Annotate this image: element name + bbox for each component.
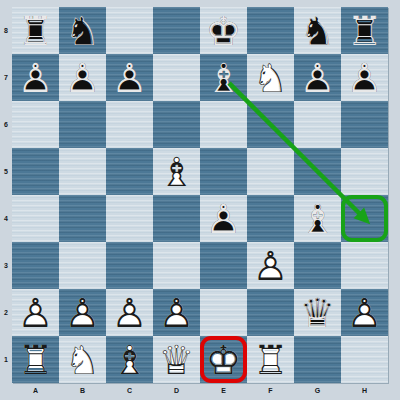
square-e7[interactable]: ♝♗ — [200, 54, 247, 101]
piece-black-pawn-c7[interactable]: ♟♙ — [106, 54, 153, 101]
piece-white-pawn-b2[interactable]: ♟♙ — [59, 289, 106, 336]
piece-glyph-outline: ♗ — [106, 336, 153, 383]
square-d6[interactable] — [153, 101, 200, 148]
file-label-a: A — [12, 383, 59, 398]
square-c8[interactable] — [106, 7, 153, 54]
square-a8[interactable]: ♜♖ — [12, 7, 59, 54]
square-e8[interactable]: ♚♔ — [200, 7, 247, 54]
square-h3[interactable] — [341, 242, 388, 289]
piece-white-bishop-c1[interactable]: ♝♗ — [106, 336, 153, 383]
rank-label-3: 3 — [0, 242, 12, 289]
square-c2[interactable]: ♟♙ — [106, 289, 153, 336]
square-h2[interactable]: ♟♙ — [341, 289, 388, 336]
file-label-b: B — [59, 383, 106, 398]
piece-white-pawn-a2[interactable]: ♟♙ — [12, 289, 59, 336]
piece-glyph-outline: ♔ — [200, 336, 247, 383]
rank-label-7: 7 — [0, 54, 12, 101]
piece-white-pawn-c2[interactable]: ♟♙ — [106, 289, 153, 336]
square-c5[interactable] — [106, 148, 153, 195]
piece-glyph-outline: ♙ — [341, 54, 388, 101]
square-a6[interactable] — [12, 101, 59, 148]
rank-label-5: 5 — [0, 148, 12, 195]
piece-black-rook-a8[interactable]: ♜♖ — [12, 7, 59, 54]
square-b6[interactable] — [59, 101, 106, 148]
piece-black-pawn-a7[interactable]: ♟♙ — [12, 54, 59, 101]
square-h4[interactable] — [341, 195, 388, 242]
square-e1[interactable]: ♚♔ — [200, 336, 247, 383]
square-h5[interactable] — [341, 148, 388, 195]
piece-black-bishop-g4[interactable]: ♝♗ — [294, 195, 341, 242]
piece-white-bishop-d5[interactable]: ♝♗ — [153, 148, 200, 195]
square-d2[interactable]: ♟♙ — [153, 289, 200, 336]
rank-label-8: 8 — [0, 7, 12, 54]
square-f3[interactable]: ♟♙ — [247, 242, 294, 289]
square-c3[interactable] — [106, 242, 153, 289]
file-label-d: D — [153, 383, 200, 398]
file-label-g: G — [294, 383, 341, 398]
piece-black-bishop-e7[interactable]: ♝♗ — [200, 54, 247, 101]
piece-glyph-outline: ♖ — [247, 336, 294, 383]
square-a3[interactable] — [12, 242, 59, 289]
piece-black-pawn-g7[interactable]: ♟♙ — [294, 54, 341, 101]
piece-glyph-outline: ♙ — [106, 289, 153, 336]
piece-black-pawn-e4[interactable]: ♟♙ — [200, 195, 247, 242]
piece-white-queen-d1[interactable]: ♛♕ — [153, 336, 200, 383]
file-label-e: E — [200, 383, 247, 398]
chess-board[interactable]: ♜♖♞♘♚♔♞♘♜♖♟♙♟♙♟♙♝♗♞♘♟♙♟♙♝♗♟♙♝♗♟♙♟♙♟♙♟♙♟♙… — [12, 7, 388, 383]
piece-glyph-outline: ♙ — [200, 195, 247, 242]
square-e6[interactable] — [200, 101, 247, 148]
square-b5[interactable] — [59, 148, 106, 195]
piece-glyph-outline: ♕ — [294, 289, 341, 336]
rank-label-4: 4 — [0, 195, 12, 242]
square-g6[interactable] — [294, 101, 341, 148]
rank-labels: 87654321 — [0, 7, 12, 383]
square-h7[interactable]: ♟♙ — [341, 54, 388, 101]
square-f6[interactable] — [247, 101, 294, 148]
square-f4[interactable] — [247, 195, 294, 242]
piece-glyph-outline: ♙ — [341, 289, 388, 336]
piece-black-pawn-b7[interactable]: ♟♙ — [59, 54, 106, 101]
piece-glyph-outline: ♙ — [247, 242, 294, 289]
square-d4[interactable] — [153, 195, 200, 242]
square-b4[interactable] — [59, 195, 106, 242]
square-d5[interactable]: ♝♗ — [153, 148, 200, 195]
piece-white-knight-b1[interactable]: ♞♘ — [59, 336, 106, 383]
piece-glyph-outline: ♘ — [59, 336, 106, 383]
square-d7[interactable] — [153, 54, 200, 101]
piece-glyph-outline: ♙ — [294, 54, 341, 101]
square-d1[interactable]: ♛♕ — [153, 336, 200, 383]
square-g2[interactable]: ♛♕ — [294, 289, 341, 336]
rank-label-6: 6 — [0, 101, 12, 148]
square-a1[interactable]: ♜♖ — [12, 336, 59, 383]
square-a4[interactable] — [12, 195, 59, 242]
chess-board-screenshot: ♜♖♞♘♚♔♞♘♜♖♟♙♟♙♟♙♝♗♞♘♟♙♟♙♝♗♟♙♝♗♟♙♟♙♟♙♟♙♟♙… — [0, 0, 400, 400]
piece-black-rook-h8[interactable]: ♜♖ — [341, 7, 388, 54]
piece-glyph-outline: ♙ — [12, 289, 59, 336]
piece-glyph-outline: ♖ — [12, 336, 59, 383]
piece-glyph-outline: ♗ — [200, 54, 247, 101]
square-g8[interactable]: ♞♘ — [294, 7, 341, 54]
square-e3[interactable] — [200, 242, 247, 289]
file-labels: ABCDEFGH — [12, 383, 388, 398]
piece-glyph-outline: ♘ — [59, 7, 106, 54]
piece-glyph-outline: ♗ — [153, 148, 200, 195]
piece-white-king-e1[interactable]: ♚♔ — [200, 336, 247, 383]
square-g5[interactable] — [294, 148, 341, 195]
piece-glyph-outline: ♗ — [294, 195, 341, 242]
piece-glyph-outline: ♖ — [341, 7, 388, 54]
square-c6[interactable] — [106, 101, 153, 148]
square-b1[interactable]: ♞♘ — [59, 336, 106, 383]
rank-label-1: 1 — [0, 336, 12, 383]
square-b8[interactable]: ♞♘ — [59, 7, 106, 54]
piece-glyph-outline: ♖ — [12, 7, 59, 54]
piece-white-pawn-f3[interactable]: ♟♙ — [247, 242, 294, 289]
piece-black-knight-g8[interactable]: ♞♘ — [294, 7, 341, 54]
square-a2[interactable]: ♟♙ — [12, 289, 59, 336]
file-label-c: C — [106, 383, 153, 398]
piece-glyph-outline: ♙ — [59, 54, 106, 101]
piece-black-knight-b8[interactable]: ♞♘ — [59, 7, 106, 54]
file-label-h: H — [341, 383, 388, 398]
file-label-f: F — [247, 383, 294, 398]
piece-white-pawn-d2[interactable]: ♟♙ — [153, 289, 200, 336]
square-h8[interactable]: ♜♖ — [341, 7, 388, 54]
square-b7[interactable]: ♟♙ — [59, 54, 106, 101]
square-f8[interactable] — [247, 7, 294, 54]
square-b3[interactable] — [59, 242, 106, 289]
piece-white-rook-f1[interactable]: ♜♖ — [247, 336, 294, 383]
square-c1[interactable]: ♝♗ — [106, 336, 153, 383]
piece-glyph-outline: ♙ — [59, 289, 106, 336]
square-d8[interactable] — [153, 7, 200, 54]
piece-glyph-outline: ♙ — [12, 54, 59, 101]
square-g1[interactable] — [294, 336, 341, 383]
square-e2[interactable] — [200, 289, 247, 336]
square-f1[interactable]: ♜♖ — [247, 336, 294, 383]
square-c4[interactable] — [106, 195, 153, 242]
square-f2[interactable] — [247, 289, 294, 336]
piece-white-rook-a1[interactable]: ♜♖ — [12, 336, 59, 383]
square-f7[interactable]: ♞♘ — [247, 54, 294, 101]
square-g4[interactable]: ♝♗ — [294, 195, 341, 242]
piece-white-knight-f7[interactable]: ♞♘ — [247, 54, 294, 101]
square-c7[interactable]: ♟♙ — [106, 54, 153, 101]
square-e4[interactable]: ♟♙ — [200, 195, 247, 242]
piece-black-pawn-h7[interactable]: ♟♙ — [341, 54, 388, 101]
piece-glyph-outline: ♔ — [200, 7, 247, 54]
square-h6[interactable] — [341, 101, 388, 148]
piece-glyph-outline: ♘ — [247, 54, 294, 101]
square-g3[interactable] — [294, 242, 341, 289]
piece-glyph-outline: ♕ — [153, 336, 200, 383]
square-d3[interactable] — [153, 242, 200, 289]
square-a5[interactable] — [12, 148, 59, 195]
square-b2[interactable]: ♟♙ — [59, 289, 106, 336]
rank-label-2: 2 — [0, 289, 12, 336]
piece-white-pawn-h2[interactable]: ♟♙ — [341, 289, 388, 336]
square-e5[interactable] — [200, 148, 247, 195]
piece-glyph-outline: ♘ — [294, 7, 341, 54]
piece-glyph-outline: ♙ — [106, 54, 153, 101]
square-h1[interactable] — [341, 336, 388, 383]
square-a7[interactable]: ♟♙ — [12, 54, 59, 101]
piece-black-queen-g2[interactable]: ♛♕ — [294, 289, 341, 336]
piece-black-king-e8[interactable]: ♚♔ — [200, 7, 247, 54]
square-g7[interactable]: ♟♙ — [294, 54, 341, 101]
square-f5[interactable] — [247, 148, 294, 195]
piece-glyph-outline: ♙ — [153, 289, 200, 336]
